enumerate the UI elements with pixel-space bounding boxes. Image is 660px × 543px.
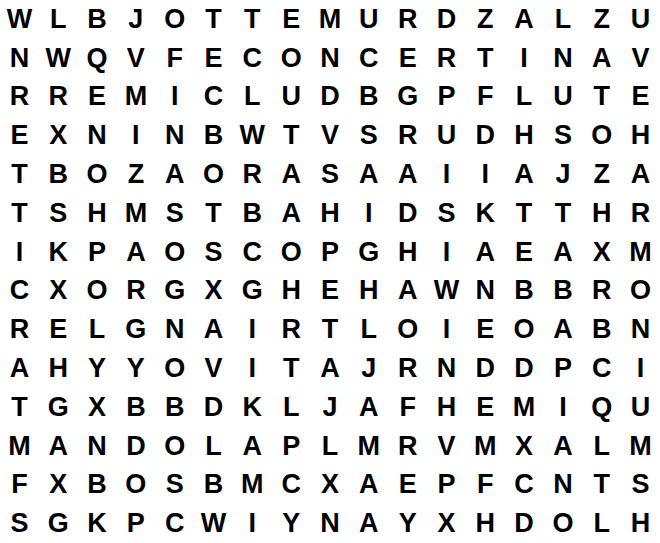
cell-r8c5[interactable]: G — [155, 271, 194, 310]
cell-r3c11[interactable]: G — [388, 78, 427, 117]
cell-r2c2[interactable]: W — [39, 39, 78, 78]
cell-r4c11[interactable]: R — [388, 116, 427, 155]
cell-r12c13[interactable]: M — [466, 427, 505, 466]
cell-r2c10[interactable]: C — [349, 39, 388, 78]
cell-r8c13[interactable]: N — [466, 271, 505, 310]
cell-r6c14[interactable]: T — [505, 194, 544, 233]
cell-r3c14[interactable]: L — [505, 78, 544, 117]
cell-r5c16[interactable]: Z — [582, 155, 621, 194]
cell-r3c16[interactable]: T — [582, 78, 621, 117]
cell-r14c7[interactable]: I — [233, 504, 272, 543]
cell-r3c17[interactable]: E — [621, 78, 660, 117]
cell-r13c3[interactable]: B — [78, 465, 117, 504]
cell-r14c11[interactable]: Y — [388, 504, 427, 543]
cell-r8c4[interactable]: R — [116, 271, 155, 310]
cell-r8c1[interactable]: C — [0, 271, 39, 310]
cell-r5c2[interactable]: B — [39, 155, 78, 194]
cell-r5c6[interactable]: O — [194, 155, 233, 194]
cell-r2c4[interactable]: V — [116, 39, 155, 78]
cell-r1c4[interactable]: J — [116, 0, 155, 39]
cell-r13c5[interactable]: S — [155, 465, 194, 504]
cell-r1c5[interactable]: O — [155, 0, 194, 39]
cell-r14c4[interactable]: P — [116, 504, 155, 543]
cell-r13c2[interactable]: X — [39, 465, 78, 504]
cell-r14c5[interactable]: C — [155, 504, 194, 543]
cell-r14c3[interactable]: K — [78, 504, 117, 543]
cell-r1c14[interactable]: A — [505, 0, 544, 39]
cell-r13c6[interactable]: B — [194, 465, 233, 504]
cell-r3c7[interactable]: L — [233, 78, 272, 117]
cell-r9c1[interactable]: R — [0, 310, 39, 349]
cell-r9c15[interactable]: A — [544, 310, 583, 349]
cell-r4c10[interactable]: S — [349, 116, 388, 155]
cell-r1c3[interactable]: B — [78, 0, 117, 39]
cell-r3c8[interactable]: U — [272, 78, 311, 117]
cell-r4c12[interactable]: U — [427, 116, 466, 155]
cell-r9c12[interactable]: I — [427, 310, 466, 349]
cell-r11c3[interactable]: X — [78, 388, 117, 427]
cell-r14c17[interactable]: H — [621, 504, 660, 543]
cell-r13c13[interactable]: F — [466, 465, 505, 504]
cell-r3c12[interactable]: P — [427, 78, 466, 117]
cell-r4c14[interactable]: H — [505, 116, 544, 155]
cell-r6c10[interactable]: I — [349, 194, 388, 233]
cell-r8c14[interactable]: B — [505, 271, 544, 310]
cell-r1c15[interactable]: L — [544, 0, 583, 39]
cell-r10c15[interactable]: P — [544, 349, 583, 388]
cell-r12c9[interactable]: L — [311, 427, 350, 466]
cell-r8c9[interactable]: E — [311, 271, 350, 310]
cell-r5c9[interactable]: S — [311, 155, 350, 194]
cell-r3c15[interactable]: U — [544, 78, 583, 117]
cell-r4c17[interactable]: H — [621, 116, 660, 155]
cell-r6c16[interactable]: H — [582, 194, 621, 233]
cell-r2c8[interactable]: O — [272, 39, 311, 78]
cell-r12c5[interactable]: O — [155, 427, 194, 466]
cell-r2c3[interactable]: Q — [78, 39, 117, 78]
cell-r14c1[interactable]: S — [0, 504, 39, 543]
cell-r14c15[interactable]: O — [544, 504, 583, 543]
cell-r10c6[interactable]: V — [194, 349, 233, 388]
cell-r9c8[interactable]: R — [272, 310, 311, 349]
cell-r8c7[interactable]: G — [233, 271, 272, 310]
cell-r7c11[interactable]: H — [388, 233, 427, 272]
cell-r11c6[interactable]: D — [194, 388, 233, 427]
cell-r14c9[interactable]: N — [311, 504, 350, 543]
cell-r12c8[interactable]: P — [272, 427, 311, 466]
cell-r11c16[interactable]: Q — [582, 388, 621, 427]
cell-r12c16[interactable]: L — [582, 427, 621, 466]
cell-r7c4[interactable]: A — [116, 233, 155, 272]
cell-r7c3[interactable]: P — [78, 233, 117, 272]
cell-r14c10[interactable]: A — [349, 504, 388, 543]
cell-r5c7[interactable]: R — [233, 155, 272, 194]
cell-r3c13[interactable]: F — [466, 78, 505, 117]
cell-r11c13[interactable]: E — [466, 388, 505, 427]
cell-r5c3[interactable]: O — [78, 155, 117, 194]
cell-r6c5[interactable]: S — [155, 194, 194, 233]
cell-r12c4[interactable]: D — [116, 427, 155, 466]
cell-r3c4[interactable]: M — [116, 78, 155, 117]
cell-r13c9[interactable]: X — [311, 465, 350, 504]
cell-r9c3[interactable]: L — [78, 310, 117, 349]
cell-r13c17[interactable]: S — [621, 465, 660, 504]
cell-r2c11[interactable]: E — [388, 39, 427, 78]
cell-r8c17[interactable]: O — [621, 271, 660, 310]
cell-r6c12[interactable]: S — [427, 194, 466, 233]
cell-r8c3[interactable]: O — [78, 271, 117, 310]
cell-r10c1[interactable]: A — [0, 349, 39, 388]
cell-r5c10[interactable]: A — [349, 155, 388, 194]
cell-r7c17[interactable]: M — [621, 233, 660, 272]
cell-r9c10[interactable]: L — [349, 310, 388, 349]
cell-r5c13[interactable]: I — [466, 155, 505, 194]
cell-r13c11[interactable]: E — [388, 465, 427, 504]
cell-r1c12[interactable]: D — [427, 0, 466, 39]
cell-r10c3[interactable]: Y — [78, 349, 117, 388]
cell-r3c5[interactable]: I — [155, 78, 194, 117]
cell-r5c15[interactable]: J — [544, 155, 583, 194]
cell-r14c12[interactable]: X — [427, 504, 466, 543]
cell-r13c7[interactable]: M — [233, 465, 272, 504]
cell-r5c17[interactable]: A — [621, 155, 660, 194]
cell-r9c6[interactable]: A — [194, 310, 233, 349]
cell-r10c2[interactable]: H — [39, 349, 78, 388]
cell-r7c5[interactable]: O — [155, 233, 194, 272]
cell-r12c11[interactable]: R — [388, 427, 427, 466]
cell-r4c8[interactable]: T — [272, 116, 311, 155]
cell-r9c2[interactable]: E — [39, 310, 78, 349]
cell-r1c10[interactable]: U — [349, 0, 388, 39]
cell-r5c1[interactable]: T — [0, 155, 39, 194]
cell-r7c8[interactable]: O — [272, 233, 311, 272]
cell-r3c9[interactable]: D — [311, 78, 350, 117]
cell-r5c14[interactable]: A — [505, 155, 544, 194]
cell-r6c6[interactable]: T — [194, 194, 233, 233]
cell-r6c15[interactable]: T — [544, 194, 583, 233]
cell-r14c16[interactable]: L — [582, 504, 621, 543]
cell-r6c17[interactable]: R — [621, 194, 660, 233]
cell-r10c5[interactable]: O — [155, 349, 194, 388]
cell-r6c3[interactable]: H — [78, 194, 117, 233]
cell-r3c1[interactable]: R — [0, 78, 39, 117]
cell-r13c16[interactable]: T — [582, 465, 621, 504]
cell-r11c10[interactable]: A — [349, 388, 388, 427]
cell-r8c6[interactable]: X — [194, 271, 233, 310]
cell-r7c6[interactable]: S — [194, 233, 233, 272]
cell-r12c10[interactable]: M — [349, 427, 388, 466]
cell-r4c16[interactable]: O — [582, 116, 621, 155]
cell-r11c8[interactable]: L — [272, 388, 311, 427]
cell-r6c4[interactable]: M — [116, 194, 155, 233]
cell-r12c15[interactable]: A — [544, 427, 583, 466]
cell-r13c12[interactable]: P — [427, 465, 466, 504]
cell-r6c13[interactable]: K — [466, 194, 505, 233]
cell-r9c7[interactable]: I — [233, 310, 272, 349]
cell-r2c9[interactable]: N — [311, 39, 350, 78]
cell-r11c4[interactable]: B — [116, 388, 155, 427]
cell-r3c6[interactable]: C — [194, 78, 233, 117]
cell-r4c1[interactable]: E — [0, 116, 39, 155]
cell-r14c6[interactable]: W — [194, 504, 233, 543]
cell-r10c10[interactable]: J — [349, 349, 388, 388]
cell-r9c13[interactable]: E — [466, 310, 505, 349]
cell-r4c7[interactable]: W — [233, 116, 272, 155]
cell-r13c15[interactable]: N — [544, 465, 583, 504]
cell-r8c8[interactable]: H — [272, 271, 311, 310]
cell-r5c11[interactable]: A — [388, 155, 427, 194]
cell-r6c11[interactable]: D — [388, 194, 427, 233]
cell-r1c9[interactable]: M — [311, 0, 350, 39]
cell-r10c7[interactable]: I — [233, 349, 272, 388]
cell-r7c12[interactable]: I — [427, 233, 466, 272]
cell-r5c8[interactable]: A — [272, 155, 311, 194]
cell-r2c12[interactable]: R — [427, 39, 466, 78]
cell-r14c8[interactable]: Y — [272, 504, 311, 543]
cell-r1c13[interactable]: Z — [466, 0, 505, 39]
cell-r3c3[interactable]: E — [78, 78, 117, 117]
cell-r2c17[interactable]: V — [621, 39, 660, 78]
cell-r12c2[interactable]: A — [39, 427, 78, 466]
cell-r10c8[interactable]: T — [272, 349, 311, 388]
cell-r13c8[interactable]: C — [272, 465, 311, 504]
cell-r4c5[interactable]: N — [155, 116, 194, 155]
cell-r7c7[interactable]: C — [233, 233, 272, 272]
cell-r6c1[interactable]: T — [0, 194, 39, 233]
cell-r14c14[interactable]: D — [505, 504, 544, 543]
cell-r10c12[interactable]: N — [427, 349, 466, 388]
cell-r9c4[interactable]: G — [116, 310, 155, 349]
cell-r13c4[interactable]: O — [116, 465, 155, 504]
cell-r11c2[interactable]: G — [39, 388, 78, 427]
cell-r13c14[interactable]: C — [505, 465, 544, 504]
cell-r14c13[interactable]: H — [466, 504, 505, 543]
cell-r6c7[interactable]: B — [233, 194, 272, 233]
cell-r7c14[interactable]: E — [505, 233, 544, 272]
word-search-grid: WLBJOTTEMURDZALZUNWQVFECONCERTINAVRREMIC… — [0, 0, 660, 543]
cell-r2c5[interactable]: F — [155, 39, 194, 78]
cell-r10c13[interactable]: D — [466, 349, 505, 388]
cell-r8c16[interactable]: R — [582, 271, 621, 310]
cell-r9c9[interactable]: T — [311, 310, 350, 349]
cell-r9c14[interactable]: O — [505, 310, 544, 349]
cell-r6c8[interactable]: A — [272, 194, 311, 233]
cell-r1c11[interactable]: R — [388, 0, 427, 39]
cell-r12c6[interactable]: L — [194, 427, 233, 466]
cell-r11c17[interactable]: U — [621, 388, 660, 427]
cell-r7c16[interactable]: X — [582, 233, 621, 272]
cell-r2c6[interactable]: E — [194, 39, 233, 78]
cell-r8c10[interactable]: H — [349, 271, 388, 310]
cell-r12c1[interactable]: M — [0, 427, 39, 466]
cell-r1c16[interactable]: Z — [582, 0, 621, 39]
cell-r1c6[interactable]: T — [194, 0, 233, 39]
cell-r7c2[interactable]: K — [39, 233, 78, 272]
cell-r6c2[interactable]: S — [39, 194, 78, 233]
cell-r7c15[interactable]: A — [544, 233, 583, 272]
cell-r4c15[interactable]: S — [544, 116, 583, 155]
cell-r3c10[interactable]: B — [349, 78, 388, 117]
cell-r4c2[interactable]: X — [39, 116, 78, 155]
cell-r10c17[interactable]: I — [621, 349, 660, 388]
cell-r7c9[interactable]: P — [311, 233, 350, 272]
cell-r10c4[interactable]: Y — [116, 349, 155, 388]
cell-r2c1[interactable]: N — [0, 39, 39, 78]
cell-r9c16[interactable]: B — [582, 310, 621, 349]
cell-r11c15[interactable]: I — [544, 388, 583, 427]
cell-r1c17[interactable]: U — [621, 0, 660, 39]
cell-r2c16[interactable]: A — [582, 39, 621, 78]
cell-r11c5[interactable]: B — [155, 388, 194, 427]
cell-r1c1[interactable]: W — [0, 0, 39, 39]
cell-r1c7[interactable]: T — [233, 0, 272, 39]
cell-r10c16[interactable]: C — [582, 349, 621, 388]
cell-r2c15[interactable]: N — [544, 39, 583, 78]
cell-r11c7[interactable]: K — [233, 388, 272, 427]
cell-r4c6[interactable]: B — [194, 116, 233, 155]
cell-r7c10[interactable]: G — [349, 233, 388, 272]
cell-r4c3[interactable]: N — [78, 116, 117, 155]
cell-r3c2[interactable]: R — [39, 78, 78, 117]
cell-r14c2[interactable]: G — [39, 504, 78, 543]
cell-r10c11[interactable]: R — [388, 349, 427, 388]
cell-r2c13[interactable]: T — [466, 39, 505, 78]
cell-r12c3[interactable]: N — [78, 427, 117, 466]
cell-r6c9[interactable]: H — [311, 194, 350, 233]
cell-r10c14[interactable]: D — [505, 349, 544, 388]
cell-r9c5[interactable]: N — [155, 310, 194, 349]
cell-r12c7[interactable]: A — [233, 427, 272, 466]
cell-r9c11[interactable]: O — [388, 310, 427, 349]
cell-r1c2[interactable]: L — [39, 0, 78, 39]
cell-r5c5[interactable]: A — [155, 155, 194, 194]
cell-r10c9[interactable]: A — [311, 349, 350, 388]
cell-r13c10[interactable]: A — [349, 465, 388, 504]
cell-r4c4[interactable]: I — [116, 116, 155, 155]
cell-r8c15[interactable]: B — [544, 271, 583, 310]
cell-r9c17[interactable]: N — [621, 310, 660, 349]
cell-r1c8[interactable]: E — [272, 0, 311, 39]
cell-r11c11[interactable]: F — [388, 388, 427, 427]
cell-r2c7[interactable]: C — [233, 39, 272, 78]
cell-r7c13[interactable]: A — [466, 233, 505, 272]
cell-r7c1[interactable]: I — [0, 233, 39, 272]
cell-r13c1[interactable]: F — [0, 465, 39, 504]
cell-r11c1[interactable]: T — [0, 388, 39, 427]
cell-r12c12[interactable]: V — [427, 427, 466, 466]
cell-r11c9[interactable]: J — [311, 388, 350, 427]
cell-r11c12[interactable]: H — [427, 388, 466, 427]
cell-r2c14[interactable]: I — [505, 39, 544, 78]
cell-r11c14[interactable]: M — [505, 388, 544, 427]
cell-r4c9[interactable]: V — [311, 116, 350, 155]
cell-r12c17[interactable]: M — [621, 427, 660, 466]
cell-r5c12[interactable]: I — [427, 155, 466, 194]
cell-r4c13[interactable]: D — [466, 116, 505, 155]
cell-r8c11[interactable]: A — [388, 271, 427, 310]
cell-r5c4[interactable]: Z — [116, 155, 155, 194]
cell-r8c12[interactable]: W — [427, 271, 466, 310]
cell-r8c2[interactable]: X — [39, 271, 78, 310]
cell-r12c14[interactable]: X — [505, 427, 544, 466]
